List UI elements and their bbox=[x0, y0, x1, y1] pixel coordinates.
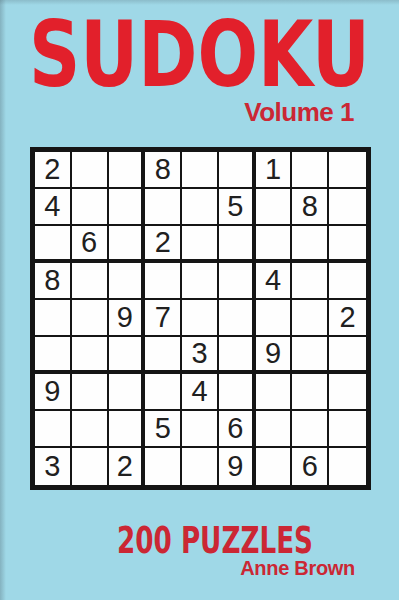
cell-r9c2 bbox=[72, 448, 109, 485]
cell-r7c6 bbox=[219, 374, 256, 411]
cell-r7c9 bbox=[329, 374, 366, 411]
cell-r1c5 bbox=[182, 152, 219, 189]
cell-r3c2: 6 bbox=[72, 226, 109, 263]
cell-r5c3: 9 bbox=[109, 300, 146, 337]
cell-r3c7 bbox=[256, 226, 293, 263]
cell-r3c1 bbox=[35, 226, 72, 263]
cell-r2c9 bbox=[329, 189, 366, 226]
cell-r2c2 bbox=[72, 189, 109, 226]
cell-r3c9 bbox=[329, 226, 366, 263]
cell-r9c3: 2 bbox=[109, 448, 146, 485]
puzzles-count-label: 200 PUZZLES bbox=[117, 518, 317, 562]
cell-r9c6: 9 bbox=[219, 448, 256, 485]
book-cover: SUDOKU Volume 1 28145862849723994563296 … bbox=[0, 0, 399, 600]
cell-r6c2 bbox=[72, 337, 109, 374]
cell-r2c4 bbox=[145, 189, 182, 226]
cell-r7c2 bbox=[72, 374, 109, 411]
cell-r5c2 bbox=[72, 300, 109, 337]
sudoku-grid: 28145862849723994563296 bbox=[30, 147, 371, 490]
cell-r3c8 bbox=[292, 226, 329, 263]
cell-r9c1: 3 bbox=[35, 448, 72, 485]
cell-r7c5: 4 bbox=[182, 374, 219, 411]
cell-r8c5 bbox=[182, 411, 219, 448]
cell-r1c3 bbox=[109, 152, 146, 189]
cell-r8c4: 5 bbox=[145, 411, 182, 448]
cell-r2c5 bbox=[182, 189, 219, 226]
book-title-text: SUDOKU bbox=[29, 16, 370, 102]
cell-r8c2 bbox=[72, 411, 109, 448]
cell-r4c4 bbox=[145, 263, 182, 300]
cell-r5c5 bbox=[182, 300, 219, 337]
cell-r8c6: 6 bbox=[219, 411, 256, 448]
cell-r4c2 bbox=[72, 263, 109, 300]
cell-r4c1: 8 bbox=[35, 263, 72, 300]
cell-r1c7: 1 bbox=[256, 152, 293, 189]
cell-r6c9 bbox=[329, 337, 366, 374]
cell-r3c4: 2 bbox=[145, 226, 182, 263]
cell-r8c7 bbox=[256, 411, 293, 448]
cell-r1c4: 8 bbox=[145, 152, 182, 189]
cell-r5c9: 2 bbox=[329, 300, 366, 337]
cell-r2c8: 8 bbox=[292, 189, 329, 226]
book-title: SUDOKU bbox=[29, 16, 370, 102]
cell-r7c1: 9 bbox=[35, 374, 72, 411]
cell-r8c1 bbox=[35, 411, 72, 448]
cell-r2c7 bbox=[256, 189, 293, 226]
cell-r7c3 bbox=[109, 374, 146, 411]
cell-r1c9 bbox=[329, 152, 366, 189]
cell-r6c8 bbox=[292, 337, 329, 374]
cell-r9c9 bbox=[329, 448, 366, 485]
cell-r4c3 bbox=[109, 263, 146, 300]
cell-r1c8 bbox=[292, 152, 329, 189]
cell-r5c7 bbox=[256, 300, 293, 337]
cell-r9c5 bbox=[182, 448, 219, 485]
cell-r3c3 bbox=[109, 226, 146, 263]
cell-r3c5 bbox=[182, 226, 219, 263]
cell-r4c9 bbox=[329, 263, 366, 300]
cell-r1c6 bbox=[219, 152, 256, 189]
cell-r8c3 bbox=[109, 411, 146, 448]
cell-r5c1 bbox=[35, 300, 72, 337]
author-name: Anne Brown bbox=[240, 558, 355, 578]
cell-r6c7: 9 bbox=[256, 337, 293, 374]
cell-r4c8 bbox=[292, 263, 329, 300]
cell-r6c1 bbox=[35, 337, 72, 374]
cell-r2c1: 4 bbox=[35, 189, 72, 226]
cell-r4c6 bbox=[219, 263, 256, 300]
cell-r6c4 bbox=[145, 337, 182, 374]
cell-r5c8 bbox=[292, 300, 329, 337]
cell-r6c5: 3 bbox=[182, 337, 219, 374]
cell-r2c6: 5 bbox=[219, 189, 256, 226]
cell-r8c9 bbox=[329, 411, 366, 448]
cell-r4c5 bbox=[182, 263, 219, 300]
cell-r3c6 bbox=[219, 226, 256, 263]
cell-r9c8: 6 bbox=[292, 448, 329, 485]
volume-label: Volume 1 bbox=[244, 99, 354, 125]
cell-r9c7 bbox=[256, 448, 293, 485]
cell-r9c4 bbox=[145, 448, 182, 485]
cell-r6c3 bbox=[109, 337, 146, 374]
cell-r1c2 bbox=[72, 152, 109, 189]
cell-r5c4: 7 bbox=[145, 300, 182, 337]
cell-r7c4 bbox=[145, 374, 182, 411]
cell-r1c1: 2 bbox=[35, 152, 72, 189]
cell-r6c6 bbox=[219, 337, 256, 374]
cell-r7c7 bbox=[256, 374, 293, 411]
puzzles-count-text: 200 PUZZLES bbox=[117, 518, 313, 562]
cell-r2c3 bbox=[109, 189, 146, 226]
cell-r7c8 bbox=[292, 374, 329, 411]
cell-r4c7: 4 bbox=[256, 263, 293, 300]
cell-r5c6 bbox=[219, 300, 256, 337]
cell-r8c8 bbox=[292, 411, 329, 448]
